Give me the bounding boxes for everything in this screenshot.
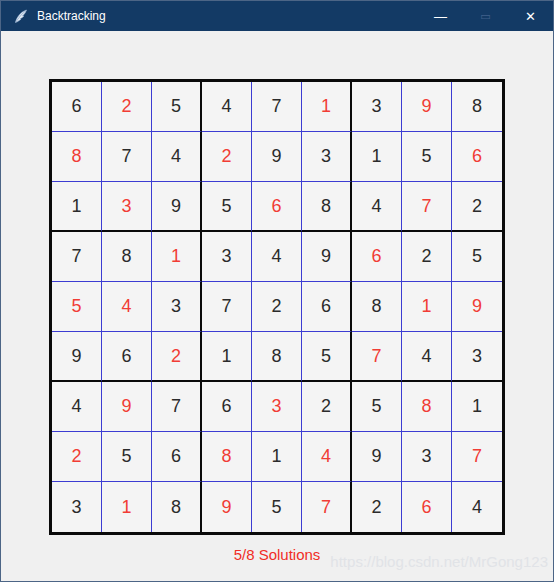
sudoku-cell: 3 bbox=[52, 482, 102, 532]
sudoku-cell: 4 bbox=[452, 482, 502, 532]
sudoku-cell: 1 bbox=[202, 332, 252, 382]
sudoku-cell: 8 bbox=[102, 232, 152, 282]
sudoku-cell: 1 bbox=[252, 432, 302, 482]
maximize-button[interactable]: ▭ bbox=[463, 1, 508, 31]
sudoku-cell: 2 bbox=[152, 332, 202, 382]
sudoku-cell: 1 bbox=[302, 82, 352, 132]
sudoku-cell: 8 bbox=[302, 182, 352, 232]
sudoku-cell: 5 bbox=[352, 382, 402, 432]
sudoku-cell: 8 bbox=[352, 282, 402, 332]
sudoku-cell: 4 bbox=[52, 382, 102, 432]
sudoku-cell: 9 bbox=[452, 282, 502, 332]
app-window: Backtracking — ▭ ✕ 625471398874293156139… bbox=[0, 0, 554, 582]
sudoku-cell: 5 bbox=[302, 332, 352, 382]
sudoku-cell: 2 bbox=[352, 482, 402, 532]
sudoku-cell: 7 bbox=[102, 132, 152, 182]
sudoku-cell: 2 bbox=[52, 432, 102, 482]
sudoku-cell: 3 bbox=[102, 182, 152, 232]
sudoku-cell: 5 bbox=[152, 82, 202, 132]
sudoku-cell: 6 bbox=[452, 132, 502, 182]
sudoku-board: 6254713988742931561395684727813496255437… bbox=[49, 79, 505, 535]
sudoku-cell: 2 bbox=[102, 82, 152, 132]
sudoku-cell: 1 bbox=[152, 232, 202, 282]
sudoku-cell: 6 bbox=[52, 82, 102, 132]
sudoku-cell: 7 bbox=[352, 332, 402, 382]
sudoku-cell: 6 bbox=[252, 182, 302, 232]
sudoku-cell: 2 bbox=[452, 182, 502, 232]
sudoku-cell: 4 bbox=[302, 432, 352, 482]
sudoku-cell: 9 bbox=[102, 382, 152, 432]
close-icon: ✕ bbox=[525, 9, 536, 24]
sudoku-cell: 4 bbox=[252, 232, 302, 282]
sudoku-cell: 6 bbox=[102, 332, 152, 382]
sudoku-cell: 6 bbox=[352, 232, 402, 282]
sudoku-cell: 6 bbox=[402, 482, 452, 532]
sudoku-cell: 7 bbox=[302, 482, 352, 532]
sudoku-cell: 7 bbox=[252, 82, 302, 132]
tk-feather-icon bbox=[13, 8, 29, 24]
window-content: 6254713988742931561395684727813496255437… bbox=[1, 31, 553, 581]
minimize-button[interactable]: — bbox=[418, 1, 463, 31]
sudoku-cell: 9 bbox=[302, 232, 352, 282]
sudoku-cell: 2 bbox=[252, 282, 302, 332]
sudoku-cell: 4 bbox=[202, 82, 252, 132]
sudoku-cell: 7 bbox=[452, 432, 502, 482]
titlebar: Backtracking — ▭ ✕ bbox=[1, 1, 553, 31]
sudoku-cell: 4 bbox=[352, 182, 402, 232]
sudoku-cell: 8 bbox=[202, 432, 252, 482]
sudoku-cell: 7 bbox=[52, 232, 102, 282]
window-title: Backtracking bbox=[37, 9, 418, 23]
sudoku-cell: 5 bbox=[52, 282, 102, 332]
sudoku-cell: 7 bbox=[152, 382, 202, 432]
close-button[interactable]: ✕ bbox=[508, 1, 553, 31]
sudoku-cell: 8 bbox=[452, 82, 502, 132]
sudoku-cell: 6 bbox=[202, 382, 252, 432]
sudoku-cell: 4 bbox=[102, 282, 152, 332]
sudoku-cell: 4 bbox=[402, 332, 452, 382]
sudoku-cell: 5 bbox=[102, 432, 152, 482]
sudoku-cell: 1 bbox=[52, 182, 102, 232]
sudoku-cell: 5 bbox=[452, 232, 502, 282]
sudoku-cell: 1 bbox=[402, 282, 452, 332]
minimize-icon: — bbox=[434, 9, 447, 24]
sudoku-cell: 3 bbox=[402, 432, 452, 482]
sudoku-cell: 2 bbox=[402, 232, 452, 282]
sudoku-cell: 5 bbox=[252, 482, 302, 532]
sudoku-cell: 3 bbox=[452, 332, 502, 382]
status-text: 5/8 Solutions bbox=[1, 546, 553, 563]
sudoku-cell: 4 bbox=[152, 132, 202, 182]
sudoku-cell: 1 bbox=[102, 482, 152, 532]
sudoku-cell: 9 bbox=[52, 332, 102, 382]
sudoku-cell: 8 bbox=[152, 482, 202, 532]
sudoku-cell: 3 bbox=[352, 82, 402, 132]
sudoku-cell: 2 bbox=[202, 132, 252, 182]
sudoku-cell: 9 bbox=[402, 82, 452, 132]
sudoku-cell: 9 bbox=[252, 132, 302, 182]
sudoku-cell: 7 bbox=[402, 182, 452, 232]
window-controls: — ▭ ✕ bbox=[418, 1, 553, 31]
sudoku-cell: 5 bbox=[202, 182, 252, 232]
sudoku-cell: 3 bbox=[252, 382, 302, 432]
sudoku-cell: 3 bbox=[152, 282, 202, 332]
sudoku-cell: 9 bbox=[152, 182, 202, 232]
sudoku-cell: 8 bbox=[52, 132, 102, 182]
sudoku-cell: 9 bbox=[352, 432, 402, 482]
maximize-icon: ▭ bbox=[480, 10, 490, 23]
sudoku-cell: 3 bbox=[202, 232, 252, 282]
sudoku-cell: 9 bbox=[202, 482, 252, 532]
sudoku-cell: 7 bbox=[202, 282, 252, 332]
sudoku-cell: 3 bbox=[302, 132, 352, 182]
sudoku-cell: 2 bbox=[302, 382, 352, 432]
sudoku-cell: 1 bbox=[452, 382, 502, 432]
sudoku-cell: 8 bbox=[402, 382, 452, 432]
sudoku-cell: 8 bbox=[252, 332, 302, 382]
sudoku-cell: 1 bbox=[352, 132, 402, 182]
sudoku-cell: 6 bbox=[302, 282, 352, 332]
sudoku-cell: 6 bbox=[152, 432, 202, 482]
sudoku-cell: 5 bbox=[402, 132, 452, 182]
